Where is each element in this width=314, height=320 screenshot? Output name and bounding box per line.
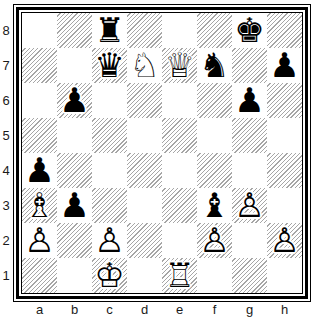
black-pawn-a4: ♟ xyxy=(24,153,54,188)
square-f6[interactable] xyxy=(197,83,232,118)
square-h4[interactable] xyxy=(267,153,302,188)
square-f3[interactable]: ♝ xyxy=(197,188,232,223)
square-d8[interactable] xyxy=(127,13,162,48)
square-h2[interactable]: ♙ xyxy=(267,223,302,258)
square-e4[interactable] xyxy=(162,153,197,188)
square-d1[interactable] xyxy=(127,258,162,293)
white-knight-d7: ♘ xyxy=(129,48,159,83)
black-queen-c7: ♛ xyxy=(94,48,124,83)
square-h5[interactable] xyxy=(267,118,302,153)
square-g1[interactable] xyxy=(232,258,267,293)
square-a1[interactable] xyxy=(22,258,57,293)
square-d6[interactable] xyxy=(127,83,162,118)
square-f7[interactable]: ♞ xyxy=(197,48,232,83)
square-b3[interactable]: ♟ xyxy=(57,188,92,223)
square-a4[interactable]: ♟ xyxy=(22,153,57,188)
square-e2[interactable] xyxy=(162,223,197,258)
square-c7[interactable]: ♛ xyxy=(92,48,127,83)
square-b4[interactable] xyxy=(57,153,92,188)
square-c3[interactable] xyxy=(92,188,127,223)
square-h7[interactable]: ♟ xyxy=(267,48,302,83)
square-b2[interactable] xyxy=(57,223,92,258)
square-h6[interactable] xyxy=(267,83,302,118)
square-d5[interactable] xyxy=(127,118,162,153)
rank-label-2: 2 xyxy=(0,223,12,258)
square-c4[interactable] xyxy=(92,153,127,188)
rank-labels: 87654321 xyxy=(0,13,12,293)
square-d7[interactable]: ♘ xyxy=(127,48,162,83)
file-label-d: d xyxy=(127,301,162,318)
white-king-c1: ♔ xyxy=(94,258,124,293)
square-g6[interactable]: ♟ xyxy=(232,83,267,118)
rank-label-4: 4 xyxy=(0,153,12,188)
square-d3[interactable] xyxy=(127,188,162,223)
square-a6[interactable] xyxy=(22,83,57,118)
square-d2[interactable] xyxy=(127,223,162,258)
file-label-a: a xyxy=(22,301,57,318)
square-f5[interactable] xyxy=(197,118,232,153)
rank-label-6: 6 xyxy=(0,83,12,118)
square-h8[interactable] xyxy=(267,13,302,48)
square-c2[interactable]: ♙ xyxy=(92,223,127,258)
square-h3[interactable] xyxy=(267,188,302,223)
white-pawn-f2: ♙ xyxy=(199,223,229,258)
white-queen-e7: ♕ xyxy=(164,48,194,83)
square-f2[interactable]: ♙ xyxy=(197,223,232,258)
file-label-g: g xyxy=(232,301,267,318)
black-king-g8: ♚ xyxy=(234,13,264,48)
square-f1[interactable] xyxy=(197,258,232,293)
file-label-c: c xyxy=(92,301,127,318)
square-f8[interactable] xyxy=(197,13,232,48)
square-a5[interactable] xyxy=(22,118,57,153)
square-b7[interactable] xyxy=(57,48,92,83)
rank-label-5: 5 xyxy=(0,118,12,153)
black-rook-c8: ♜ xyxy=(94,13,124,48)
square-e5[interactable] xyxy=(162,118,197,153)
file-label-f: f xyxy=(197,301,232,318)
rank-label-8: 8 xyxy=(0,13,12,48)
white-bishop-a3: ♗ xyxy=(24,188,54,223)
rank-label-7: 7 xyxy=(0,48,12,83)
black-knight-f7: ♞ xyxy=(199,48,229,83)
square-e7[interactable]: ♕ xyxy=(162,48,197,83)
square-a8[interactable] xyxy=(22,13,57,48)
square-g4[interactable] xyxy=(232,153,267,188)
board-frame-thick: ♜♚♛♘♕♞♟♟♟♟♗♟♝♙♙♙♙♙♔♖ xyxy=(16,7,308,299)
square-c6[interactable] xyxy=(92,83,127,118)
file-label-h: h xyxy=(267,301,302,318)
square-g8[interactable]: ♚ xyxy=(232,13,267,48)
white-pawn-c2: ♙ xyxy=(94,223,124,258)
square-h1[interactable] xyxy=(267,258,302,293)
white-pawn-g3: ♙ xyxy=(234,188,264,223)
file-label-b: b xyxy=(57,301,92,318)
square-b8[interactable] xyxy=(57,13,92,48)
white-pawn-a2: ♙ xyxy=(24,223,54,258)
square-g5[interactable] xyxy=(232,118,267,153)
square-c8[interactable]: ♜ xyxy=(92,13,127,48)
rank-label-3: 3 xyxy=(0,188,12,223)
file-label-e: e xyxy=(162,301,197,318)
board-frame-outer: ♜♚♛♘♕♞♟♟♟♟♗♟♝♙♙♙♙♙♔♖ xyxy=(13,4,311,302)
square-g7[interactable] xyxy=(232,48,267,83)
square-c1[interactable]: ♔ xyxy=(92,258,127,293)
black-pawn-b3: ♟ xyxy=(59,188,89,223)
black-pawn-h7: ♟ xyxy=(269,48,299,83)
square-e6[interactable] xyxy=(162,83,197,118)
square-e3[interactable] xyxy=(162,188,197,223)
square-e1[interactable]: ♖ xyxy=(162,258,197,293)
black-pawn-g6: ♟ xyxy=(234,83,264,118)
chess-diagram: 87654321 ♜♚♛♘♕♞♟♟♟♟♗♟♝♙♙♙♙♙♔♖ abcdefgh xyxy=(0,0,314,320)
chess-board: ♜♚♛♘♕♞♟♟♟♟♗♟♝♙♙♙♙♙♔♖ xyxy=(22,13,302,293)
square-b5[interactable] xyxy=(57,118,92,153)
square-a7[interactable] xyxy=(22,48,57,83)
square-g3[interactable]: ♙ xyxy=(232,188,267,223)
square-f4[interactable] xyxy=(197,153,232,188)
black-pawn-b6: ♟ xyxy=(59,83,89,118)
square-b6[interactable]: ♟ xyxy=(57,83,92,118)
square-c5[interactable] xyxy=(92,118,127,153)
square-a3[interactable]: ♗ xyxy=(22,188,57,223)
square-e8[interactable] xyxy=(162,13,197,48)
file-labels: abcdefgh xyxy=(22,301,302,318)
black-bishop-f3: ♝ xyxy=(199,188,229,223)
rank-label-1: 1 xyxy=(0,258,12,293)
white-rook-e1: ♖ xyxy=(164,258,194,293)
square-a2[interactable]: ♙ xyxy=(22,223,57,258)
square-d4[interactable] xyxy=(127,153,162,188)
square-g2[interactable] xyxy=(232,223,267,258)
square-b1[interactable] xyxy=(57,258,92,293)
white-pawn-h2: ♙ xyxy=(269,223,299,258)
board-frame-inner: ♜♚♛♘♕♞♟♟♟♟♗♟♝♙♙♙♙♙♔♖ xyxy=(21,12,303,294)
